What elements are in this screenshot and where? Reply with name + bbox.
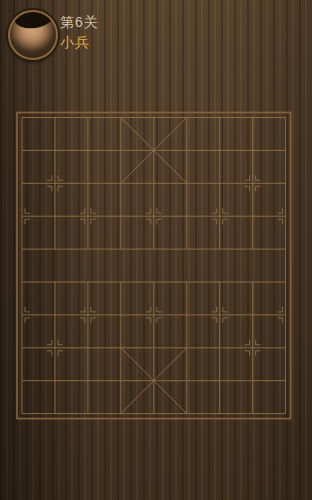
- level-subtitle: 小兵: [60, 34, 90, 52]
- xiangqi-board[interactable]: [8, 95, 302, 431]
- header-bar: 第6关 小兵: [0, 0, 312, 70]
- player-avatar-icon[interactable]: [8, 10, 58, 60]
- level-label: 第6关: [60, 14, 99, 32]
- game-screen: 第6关 小兵 楚河 漢界 炮将炮炮馬車馬馬卒卒卒帥 无极安卓网 wjhotelg…: [0, 0, 312, 500]
